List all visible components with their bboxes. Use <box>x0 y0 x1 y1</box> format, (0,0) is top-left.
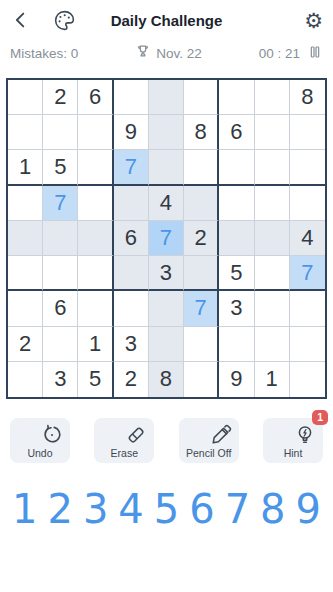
info-bar: Mistakes: 0 Nov. 22 00 : 21 <box>0 40 333 66</box>
numpad-9[interactable]: 9 <box>296 489 321 529</box>
cell-r4c9[interactable] <box>290 186 325 221</box>
cell-r9c2[interactable]: 3 <box>43 362 78 397</box>
cell-r1c4[interactable] <box>114 80 149 115</box>
back-button[interactable] <box>10 9 32 31</box>
mistakes-counter: Mistakes: 0 <box>10 46 78 61</box>
cell-r8c2[interactable] <box>43 327 78 362</box>
cell-r3c7[interactable] <box>219 150 254 185</box>
cell-r6c9[interactable]: 7 <box>290 256 325 291</box>
cell-r8c5[interactable] <box>149 327 184 362</box>
cell-r8c3[interactable]: 1 <box>78 327 113 362</box>
cell-r4c6[interactable] <box>184 186 219 221</box>
cell-r1c6[interactable] <box>184 80 219 115</box>
cell-r3c3[interactable] <box>78 150 113 185</box>
cell-r4c2[interactable]: 7 <box>43 186 78 221</box>
cell-r7c7[interactable]: 3 <box>219 291 254 326</box>
theme-button[interactable] <box>52 8 77 33</box>
numpad-6[interactable]: 6 <box>189 489 214 529</box>
cell-r1c2[interactable]: 2 <box>43 80 78 115</box>
cell-r8c7[interactable] <box>219 327 254 362</box>
cell-r7c3[interactable] <box>78 291 113 326</box>
hint-button[interactable]: 1 Hint <box>263 418 323 463</box>
cell-r6c8[interactable] <box>255 256 290 291</box>
cell-r2c6[interactable]: 8 <box>184 115 219 150</box>
cell-r6c5[interactable]: 3 <box>149 256 184 291</box>
trophy-icon <box>135 43 151 63</box>
cell-r5c7[interactable] <box>219 221 254 256</box>
cell-r9c1[interactable] <box>8 362 43 397</box>
cell-r3c1[interactable]: 1 <box>8 150 43 185</box>
erase-button[interactable]: Erase <box>94 418 154 463</box>
cell-r1c8[interactable] <box>255 80 290 115</box>
cell-r4c3[interactable] <box>78 186 113 221</box>
cell-r3c9[interactable] <box>290 150 325 185</box>
cell-r4c7[interactable] <box>219 186 254 221</box>
numpad-4[interactable]: 4 <box>118 489 143 529</box>
cell-r5c2[interactable] <box>43 221 78 256</box>
pencil-label: Pencil Off <box>186 447 231 459</box>
numpad-3[interactable]: 3 <box>83 489 108 529</box>
cell-r2c9[interactable] <box>290 115 325 150</box>
cell-r2c3[interactable] <box>78 115 113 150</box>
cell-r5c4[interactable]: 6 <box>114 221 149 256</box>
cell-r4c1[interactable] <box>8 186 43 221</box>
cell-r2c4[interactable]: 9 <box>114 115 149 150</box>
cell-r6c3[interactable] <box>78 256 113 291</box>
timer-label: 00 : 21 <box>259 46 300 61</box>
pencil-toggle-button[interactable]: Pencil Off <box>179 418 239 463</box>
cell-r8c6[interactable] <box>184 327 219 362</box>
cell-r3c6[interactable] <box>184 150 219 185</box>
numpad-7[interactable]: 7 <box>225 489 250 529</box>
cell-r5c8[interactable] <box>255 221 290 256</box>
settings-button[interactable]: ⚙︎ <box>304 10 323 31</box>
sudoku-board: 268986157746724357673213352891 <box>6 78 327 399</box>
cell-r2c8[interactable] <box>255 115 290 150</box>
cell-r9c4[interactable]: 2 <box>114 362 149 397</box>
cell-r1c1[interactable] <box>8 80 43 115</box>
numpad-5[interactable]: 5 <box>154 489 179 529</box>
cell-r5c3[interactable] <box>78 221 113 256</box>
cell-r3c5[interactable] <box>149 150 184 185</box>
cell-r9c5[interactable]: 8 <box>149 362 184 397</box>
cell-r7c8[interactable] <box>255 291 290 326</box>
page-title: Daily Challenge <box>0 12 333 29</box>
cell-r4c8[interactable] <box>255 186 290 221</box>
numpad-8[interactable]: 8 <box>260 489 285 529</box>
cell-r6c6[interactable] <box>184 256 219 291</box>
cell-r2c1[interactable] <box>8 115 43 150</box>
cell-r3c2[interactable]: 5 <box>43 150 78 185</box>
erase-label: Erase <box>111 447 138 459</box>
numpad-1[interactable]: 1 <box>12 489 37 529</box>
cell-r8c8[interactable] <box>255 327 290 362</box>
cell-r7c4[interactable] <box>114 291 149 326</box>
toolbar: Undo Erase Pencil Off 1 <box>0 418 333 463</box>
hint-label: Hint <box>284 447 303 459</box>
cell-r3c4[interactable]: 7 <box>114 150 149 185</box>
cell-r5c9[interactable]: 4 <box>290 221 325 256</box>
cell-r4c4[interactable] <box>114 186 149 221</box>
gear-icon: ⚙︎ <box>304 10 323 31</box>
number-pad: 1 2 3 4 5 6 7 8 9 <box>0 489 333 529</box>
cell-r2c7[interactable]: 6 <box>219 115 254 150</box>
cell-r9c8[interactable]: 1 <box>255 362 290 397</box>
cell-r9c7[interactable]: 9 <box>219 362 254 397</box>
cell-r7c5[interactable] <box>149 291 184 326</box>
cell-r3c8[interactable] <box>255 150 290 185</box>
undo-button[interactable]: Undo <box>10 418 70 463</box>
cell-r6c1[interactable] <box>8 256 43 291</box>
cell-r5c1[interactable] <box>8 221 43 256</box>
numpad-2[interactable]: 2 <box>47 489 72 529</box>
chevron-left-icon <box>10 9 32 31</box>
undo-label: Undo <box>27 447 52 459</box>
cell-r1c3[interactable]: 6 <box>78 80 113 115</box>
cell-r9c3[interactable]: 5 <box>78 362 113 397</box>
palette-icon <box>52 8 77 33</box>
cell-r7c9[interactable] <box>290 291 325 326</box>
cell-r1c9[interactable]: 8 <box>290 80 325 115</box>
cell-r8c9[interactable] <box>290 327 325 362</box>
cell-r8c4[interactable]: 3 <box>114 327 149 362</box>
cell-r6c4[interactable] <box>114 256 149 291</box>
cell-r6c2[interactable] <box>43 256 78 291</box>
header: Daily Challenge ⚙︎ <box>0 0 333 40</box>
cell-r4c5[interactable]: 4 <box>149 186 184 221</box>
cell-r9c6[interactable] <box>184 362 219 397</box>
cell-r7c2[interactable]: 6 <box>43 291 78 326</box>
cell-r7c6[interactable]: 7 <box>184 291 219 326</box>
cell-r6c7[interactable]: 5 <box>219 256 254 291</box>
cell-r8c1[interactable]: 2 <box>8 327 43 362</box>
cell-r1c7[interactable] <box>219 80 254 115</box>
cell-r2c5[interactable] <box>149 115 184 150</box>
cell-r2c2[interactable] <box>43 115 78 150</box>
cell-r9c9[interactable] <box>290 362 325 397</box>
daily-challenge-date: Nov. 22 <box>135 43 202 63</box>
cell-r7c1[interactable] <box>8 291 43 326</box>
pause-button[interactable] <box>307 44 323 63</box>
cell-r5c5[interactable]: 7 <box>149 221 184 256</box>
cell-r1c5[interactable] <box>149 80 184 115</box>
date-label: Nov. 22 <box>156 46 202 61</box>
cell-r5c6[interactable]: 2 <box>184 221 219 256</box>
